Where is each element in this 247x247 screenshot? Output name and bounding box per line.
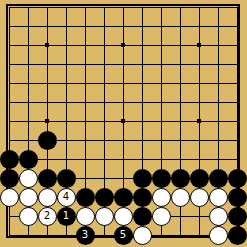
- intersection-6-6[interactable]: [114, 112, 133, 131]
- intersection-12-7[interactable]: [228, 131, 247, 150]
- intersection-0-0[interactable]: [0, 0, 19, 17]
- intersection-2-11[interactable]: 2: [38, 207, 57, 226]
- white-stone: [209, 207, 228, 226]
- intersection-4-8[interactable]: [76, 150, 95, 169]
- intersection-3-1[interactable]: [57, 17, 76, 36]
- intersection-0-8[interactable]: [0, 150, 19, 169]
- intersection-12-3[interactable]: [228, 55, 247, 74]
- intersection-0-5[interactable]: [0, 93, 19, 112]
- intersection-0-10[interactable]: [0, 188, 19, 207]
- intersection-9-6[interactable]: [171, 112, 190, 131]
- intersection-9-12[interactable]: [171, 226, 190, 245]
- intersection-8-12[interactable]: [152, 226, 171, 245]
- intersection-8-10[interactable]: [152, 188, 171, 207]
- intersection-9-11[interactable]: [171, 207, 190, 226]
- star-point: [45, 119, 49, 123]
- intersection-6-8[interactable]: [114, 150, 133, 169]
- intersection-6-0[interactable]: [114, 0, 133, 17]
- intersection-8-6[interactable]: [152, 112, 171, 131]
- black-stone: [19, 150, 38, 169]
- intersection-6-1[interactable]: [114, 17, 133, 36]
- intersection-10-2[interactable]: [190, 36, 209, 55]
- intersection-5-4[interactable]: [95, 74, 114, 93]
- go-board-diagram: 42135: [0, 0, 247, 247]
- black-stone: [57, 169, 76, 188]
- intersection-0-7[interactable]: [0, 131, 19, 150]
- black-stone: [190, 169, 209, 188]
- black-stone: [133, 207, 152, 226]
- intersection-4-9[interactable]: [76, 169, 95, 188]
- intersection-3-10[interactable]: 4: [57, 188, 76, 207]
- white-stone: 2: [38, 207, 57, 226]
- black-stone: [0, 169, 19, 188]
- intersection-3-5[interactable]: [57, 93, 76, 112]
- intersection-3-2[interactable]: [57, 36, 76, 55]
- intersection-7-6[interactable]: [133, 112, 152, 131]
- intersection-9-3[interactable]: [171, 55, 190, 74]
- intersection-5-0[interactable]: [95, 0, 114, 17]
- intersection-1-8[interactable]: [19, 150, 38, 169]
- intersection-8-9[interactable]: [152, 169, 171, 188]
- intersection-9-10[interactable]: [171, 188, 190, 207]
- white-stone: [0, 188, 19, 207]
- black-stone: [95, 188, 114, 207]
- intersection-4-12[interactable]: 3: [76, 226, 95, 245]
- intersection-1-0[interactable]: [19, 0, 38, 17]
- intersection-10-0[interactable]: [190, 0, 209, 17]
- black-stone: [152, 169, 171, 188]
- white-stone: [76, 207, 95, 226]
- intersection-9-7[interactable]: [171, 131, 190, 150]
- star-point: [197, 43, 201, 47]
- intersection-7-12[interactable]: [133, 226, 152, 245]
- intersection-7-8[interactable]: [133, 150, 152, 169]
- black-stone: [228, 169, 247, 188]
- intersection-12-12[interactable]: [228, 226, 247, 245]
- intersection-10-10[interactable]: [190, 188, 209, 207]
- intersection-3-4[interactable]: [57, 74, 76, 93]
- intersection-2-4[interactable]: [38, 74, 57, 93]
- intersection-2-2[interactable]: [38, 36, 57, 55]
- go-board: 42135: [0, 0, 247, 245]
- intersection-4-5[interactable]: [76, 93, 95, 112]
- intersection-6-2[interactable]: [114, 36, 133, 55]
- intersection-4-1[interactable]: [76, 17, 95, 36]
- intersection-1-7[interactable]: [19, 131, 38, 150]
- intersection-11-7[interactable]: [209, 131, 228, 150]
- intersection-6-10[interactable]: [114, 188, 133, 207]
- intersection-3-8[interactable]: [57, 150, 76, 169]
- intersection-0-12[interactable]: [0, 226, 19, 245]
- intersection-7-1[interactable]: [133, 17, 152, 36]
- intersection-6-3[interactable]: [114, 55, 133, 74]
- intersection-7-7[interactable]: [133, 131, 152, 150]
- intersection-5-6[interactable]: [95, 112, 114, 131]
- black-stone: [171, 169, 190, 188]
- intersection-11-10[interactable]: [209, 188, 228, 207]
- move-number-label: 5: [120, 230, 126, 240]
- black-stone: [76, 188, 95, 207]
- move-number-label: 1: [63, 211, 69, 221]
- intersection-10-6[interactable]: [190, 112, 209, 131]
- intersection-3-12[interactable]: [57, 226, 76, 245]
- intersection-2-7[interactable]: [38, 131, 57, 150]
- black-stone: [209, 169, 228, 188]
- intersection-12-8[interactable]: [228, 150, 247, 169]
- intersection-8-7[interactable]: [152, 131, 171, 150]
- intersection-3-0[interactable]: [57, 0, 76, 17]
- intersection-0-9[interactable]: [0, 169, 19, 188]
- black-stone: [38, 169, 57, 188]
- move-number-label: 4: [63, 192, 69, 202]
- intersection-12-6[interactable]: [228, 112, 247, 131]
- intersection-2-9[interactable]: [38, 169, 57, 188]
- white-stone: [171, 188, 190, 207]
- intersection-1-10[interactable]: [19, 188, 38, 207]
- intersection-3-7[interactable]: [57, 131, 76, 150]
- intersection-12-0[interactable]: [228, 0, 247, 17]
- intersection-5-2[interactable]: [95, 36, 114, 55]
- star-point: [121, 43, 125, 47]
- intersection-11-5[interactable]: [209, 93, 228, 112]
- star-point: [121, 119, 125, 123]
- intersection-8-3[interactable]: [152, 55, 171, 74]
- black-stone: [228, 226, 247, 245]
- intersection-7-9[interactable]: [133, 169, 152, 188]
- move-number-label: 2: [44, 211, 50, 221]
- intersection-11-9[interactable]: [209, 169, 228, 188]
- intersection-5-7[interactable]: [95, 131, 114, 150]
- black-stone: [133, 169, 152, 188]
- intersection-3-6[interactable]: [57, 112, 76, 131]
- intersection-12-11[interactable]: [228, 207, 247, 226]
- white-stone: [209, 226, 228, 245]
- intersection-10-7[interactable]: [190, 131, 209, 150]
- intersection-1-12[interactable]: [19, 226, 38, 245]
- intersection-4-0[interactable]: [76, 0, 95, 17]
- intersection-12-5[interactable]: [228, 93, 247, 112]
- intersection-7-3[interactable]: [133, 55, 152, 74]
- white-stone: [152, 188, 171, 207]
- intersection-11-0[interactable]: [209, 0, 228, 17]
- intersection-5-12[interactable]: [95, 226, 114, 245]
- white-stone: [190, 188, 209, 207]
- intersection-4-3[interactable]: [76, 55, 95, 74]
- intersection-11-3[interactable]: [209, 55, 228, 74]
- intersection-7-4[interactable]: [133, 74, 152, 93]
- intersection-6-12[interactable]: 5: [114, 226, 133, 245]
- intersection-2-8[interactable]: [38, 150, 57, 169]
- intersection-1-11[interactable]: [19, 207, 38, 226]
- intersection-8-1[interactable]: [152, 17, 171, 36]
- intersection-5-9[interactable]: [95, 169, 114, 188]
- white-stone: [209, 188, 228, 207]
- intersection-12-10[interactable]: [228, 188, 247, 207]
- intersection-2-1[interactable]: [38, 17, 57, 36]
- intersection-2-0[interactable]: [38, 0, 57, 17]
- black-stone: 3: [76, 226, 95, 245]
- white-stone: [19, 169, 38, 188]
- intersection-2-10[interactable]: [38, 188, 57, 207]
- white-stone: [19, 188, 38, 207]
- intersection-10-9[interactable]: [190, 169, 209, 188]
- intersection-0-3[interactable]: [0, 55, 19, 74]
- intersection-4-10[interactable]: [76, 188, 95, 207]
- intersection-6-11[interactable]: [114, 207, 133, 226]
- intersection-9-1[interactable]: [171, 17, 190, 36]
- intersection-6-7[interactable]: [114, 131, 133, 150]
- intersection-1-6[interactable]: [19, 112, 38, 131]
- intersection-10-5[interactable]: [190, 93, 209, 112]
- white-stone: [152, 207, 171, 226]
- intersection-11-2[interactable]: [209, 36, 228, 55]
- intersection-5-11[interactable]: [95, 207, 114, 226]
- intersection-12-4[interactable]: [228, 74, 247, 93]
- white-stone: [19, 207, 38, 226]
- intersection-1-4[interactable]: [19, 74, 38, 93]
- black-stone: [0, 150, 19, 169]
- intersection-7-0[interactable]: [133, 0, 152, 17]
- intersection-8-2[interactable]: [152, 36, 171, 55]
- intersection-12-9[interactable]: [228, 169, 247, 188]
- intersection-12-1[interactable]: [228, 17, 247, 36]
- black-stone: [133, 188, 152, 207]
- intersection-10-8[interactable]: [190, 150, 209, 169]
- intersection-0-4[interactable]: [0, 74, 19, 93]
- intersection-4-7[interactable]: [76, 131, 95, 150]
- intersection-7-2[interactable]: [133, 36, 152, 55]
- intersection-11-6[interactable]: [209, 112, 228, 131]
- intersection-2-3[interactable]: [38, 55, 57, 74]
- intersection-3-9[interactable]: [57, 169, 76, 188]
- intersection-11-1[interactable]: [209, 17, 228, 36]
- intersection-5-1[interactable]: [95, 17, 114, 36]
- intersection-10-3[interactable]: [190, 55, 209, 74]
- intersection-10-12[interactable]: [190, 226, 209, 245]
- intersection-4-6[interactable]: [76, 112, 95, 131]
- intersection-4-4[interactable]: [76, 74, 95, 93]
- intersection-11-8[interactable]: [209, 150, 228, 169]
- intersection-8-5[interactable]: [152, 93, 171, 112]
- black-stone: 1: [57, 207, 76, 226]
- intersection-1-3[interactable]: [19, 55, 38, 74]
- intersection-4-11[interactable]: [76, 207, 95, 226]
- intersection-1-5[interactable]: [19, 93, 38, 112]
- intersection-0-11[interactable]: [0, 207, 19, 226]
- star-point: [45, 43, 49, 47]
- intersection-8-0[interactable]: [152, 0, 171, 17]
- intersection-9-5[interactable]: [171, 93, 190, 112]
- move-number-label: 3: [82, 230, 88, 240]
- intersection-11-11[interactable]: [209, 207, 228, 226]
- intersection-7-10[interactable]: [133, 188, 152, 207]
- intersection-7-11[interactable]: [133, 207, 152, 226]
- intersection-10-4[interactable]: [190, 74, 209, 93]
- intersection-9-4[interactable]: [171, 74, 190, 93]
- star-point: [197, 119, 201, 123]
- intersection-9-2[interactable]: [171, 36, 190, 55]
- white-stone: 4: [57, 188, 76, 207]
- white-stone: [133, 226, 152, 245]
- white-stone: [114, 207, 133, 226]
- intersection-8-8[interactable]: [152, 150, 171, 169]
- intersection-3-3[interactable]: [57, 55, 76, 74]
- intersection-4-2[interactable]: [76, 36, 95, 55]
- intersection-10-1[interactable]: [190, 17, 209, 36]
- intersection-5-5[interactable]: [95, 93, 114, 112]
- black-stone: [114, 188, 133, 207]
- intersection-2-5[interactable]: [38, 93, 57, 112]
- intersection-9-0[interactable]: [171, 0, 190, 17]
- intersection-10-11[interactable]: [190, 207, 209, 226]
- black-stone: [228, 188, 247, 207]
- intersection-11-12[interactable]: [209, 226, 228, 245]
- intersection-9-9[interactable]: [171, 169, 190, 188]
- intersection-11-4[interactable]: [209, 74, 228, 93]
- intersection-5-8[interactable]: [95, 150, 114, 169]
- intersection-9-8[interactable]: [171, 150, 190, 169]
- intersection-8-11[interactable]: [152, 207, 171, 226]
- black-stone: [38, 131, 57, 150]
- intersection-5-3[interactable]: [95, 55, 114, 74]
- intersection-1-2[interactable]: [19, 36, 38, 55]
- white-stone: [95, 207, 114, 226]
- intersection-7-5[interactable]: [133, 93, 152, 112]
- intersection-0-2[interactable]: [0, 36, 19, 55]
- intersection-8-4[interactable]: [152, 74, 171, 93]
- black-stone: 5: [114, 226, 133, 245]
- intersection-6-4[interactable]: [114, 74, 133, 93]
- intersection-2-12[interactable]: [38, 226, 57, 245]
- intersection-1-1[interactable]: [19, 17, 38, 36]
- black-stone: [228, 207, 247, 226]
- intersection-1-9[interactable]: [19, 169, 38, 188]
- intersection-6-5[interactable]: [114, 93, 133, 112]
- intersection-12-2[interactable]: [228, 36, 247, 55]
- intersection-2-6[interactable]: [38, 112, 57, 131]
- intersection-6-9[interactable]: [114, 169, 133, 188]
- intersection-0-6[interactable]: [0, 112, 19, 131]
- white-stone: [38, 188, 57, 207]
- intersection-5-10[interactable]: [95, 188, 114, 207]
- intersection-0-1[interactable]: [0, 17, 19, 36]
- intersection-3-11[interactable]: 1: [57, 207, 76, 226]
